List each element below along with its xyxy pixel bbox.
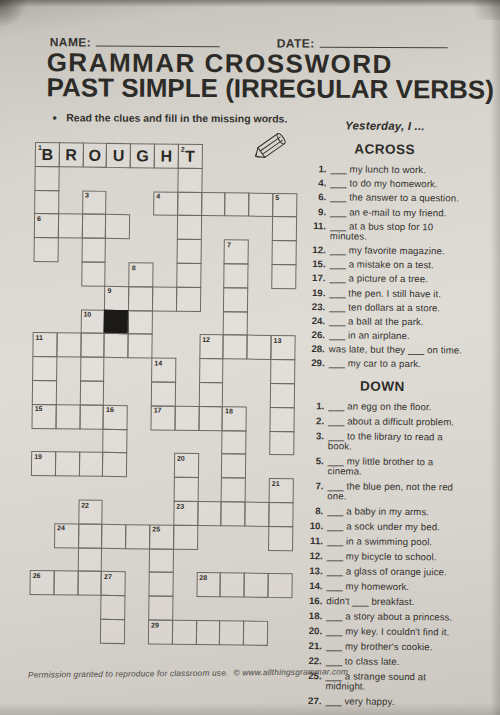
grid-cell-r3c9[interactable] [224,192,249,217]
grid-cell-r9c2[interactable] [56,333,81,358]
grid-cell-r6c9[interactable] [224,263,249,288]
grid-cell-r11c1[interactable] [32,380,57,405]
grid-cell-r19c10[interactable] [244,573,269,598]
grid-cell-r5c11[interactable] [272,240,297,265]
grid-cell-r9c8[interactable]: 12 [199,334,224,359]
across-clue: 17.___ a picture of a tree. [309,273,465,284]
grid-cell-r11c6[interactable] [151,381,176,406]
grid-cell-r3c6[interactable]: 4 [153,191,178,216]
grid-cell-r4c7[interactable] [177,215,202,240]
across-clue-number: 23. [309,302,325,312]
down-clue-text: ___ my key. I couldn't find it. [326,627,449,638]
grid-cell-r5c3[interactable] [81,238,106,263]
grid-cell-r3c7[interactable] [177,191,202,216]
across-header: ACROSS [303,141,467,158]
prefilled-letter: O [83,144,106,167]
grid-cell-r16c9[interactable] [221,501,246,526]
grid-cell-r10c8[interactable] [199,358,224,383]
grid-cell-r16c8[interactable] [197,501,222,526]
clue-number-26: 26 [33,572,41,580]
clue-number-6: 6 [37,215,41,223]
down-clue: 2.___ about a difficult problem. [308,417,464,428]
header: NAME: DATE: GRAMMAR CROSSWORD PAST SIMPL… [0,0,500,3]
grid-cell-r12c11[interactable] [269,407,294,432]
grid-cell-r4c3[interactable] [81,214,106,239]
grid-cell-r14c9[interactable] [221,454,246,479]
clues-intro: Yesterday, I ... [303,119,467,133]
bullet-icon: ● [52,113,57,122]
across-clue: 19.___ the pen. I still have it. [309,288,465,299]
down-clue-number: 16. [306,596,322,606]
grid-cell-r9c5[interactable] [128,334,153,359]
clue-number-12: 12 [202,336,210,344]
down-clue-text: ___ a story about a princess. [326,612,452,623]
grid-cell-r9c9[interactable] [223,335,248,360]
grid-cell-r5c7[interactable] [176,239,201,264]
grid-cell-r13c11[interactable] [269,430,294,455]
clues-panel: Yesterday, I ... ACROSS 1.___ my lunch t… [297,119,467,713]
clue-number-17: 17 [154,407,162,415]
clue-number-13: 13 [274,337,282,345]
prefilled-letter: T [178,145,201,168]
clue-number-21: 21 [272,480,280,488]
across-clue: 12.___ my favorite magazine. [310,245,466,256]
across-clue-text: ___ ten dollars at a store. [329,302,440,313]
clue-number-23: 23 [176,502,184,510]
clue-number-25: 25 [152,526,160,534]
across-clue: 1.___ my lunch to work. [310,164,466,175]
grid-cell-r21c4[interactable] [100,619,125,644]
down-clue: 11.___ in a swimming pool. [307,536,463,547]
across-clue: 28.was late, but they ___ on time. [309,344,465,355]
down-clue-number: 1. [308,402,324,412]
grid-cell-r1c6: H [154,143,179,168]
grid-cell-r19c9[interactable] [220,573,245,598]
down-clue-number: 18. [306,611,322,621]
grid-cell-r1c5: G [130,143,155,168]
across-clue-text: ___ an e-mail to my friend. [330,207,446,218]
grid-cell-r10c6[interactable]: 14 [151,358,176,383]
down-header: DOWN [300,378,464,395]
grid-cell-r1c3: O [82,143,107,168]
clue-number-7: 7 [227,241,231,249]
black-cell [104,309,129,334]
date-blank-line[interactable] [320,36,448,49]
down-clue-number: 8. [307,506,323,516]
across-clue: 26.___ in an airplane. [309,330,465,341]
clue-number-22: 22 [81,501,89,509]
grid-cell-r5c9[interactable]: 7 [224,240,249,265]
clue-number-24: 24 [57,525,65,533]
across-clue: 15.___ a mistake on a test. [310,259,466,270]
grid-cell-r13c4[interactable] [103,428,128,453]
prefilled-letter: H [155,144,178,167]
down-clue-text: ___ a sock under my bed. [327,522,440,533]
grid-cell-r7c5[interactable] [128,286,153,311]
grid-cell-r12c4[interactable]: 16 [103,405,128,430]
down-clue: 7.___ the blue pen, not the red one. [307,481,463,502]
grid-cell-r10c1[interactable] [32,356,57,381]
grid-cell-r19c2[interactable] [53,571,78,596]
clue-number-3: 3 [85,192,89,200]
grid-cell-r17c4[interactable] [101,524,126,549]
grid-cell-r4c2[interactable] [58,214,83,239]
clue-number-27: 27 [104,573,112,581]
grid-cell-r7c7[interactable] [176,287,201,312]
grid-cell-r14c1[interactable]: 19 [31,451,56,476]
title-line2: PAST SIMPLE (IRREGULAR VERBS) [46,75,493,102]
down-clue-number: 20. [306,626,322,636]
grid-cell-r11c3[interactable] [79,381,104,406]
grid-cell-r9c11[interactable]: 13 [270,335,295,360]
grid-cell-r9c4[interactable] [104,333,129,358]
down-clue-text: ___ about a difficult problem. [328,417,454,428]
grid-cell-r4c1[interactable]: 6 [34,213,59,238]
grid-cell-r12c1[interactable]: 15 [31,404,56,429]
page-title: GRAMMAR CROSSWORD PAST SIMPLE (IRREGULAR… [46,50,494,102]
grid-cell-r14c2[interactable] [55,452,80,477]
grid-cell-r21c8[interactable] [195,620,220,645]
prefilled-letter: R [60,143,83,166]
grid-cell-r18c3[interactable] [77,547,102,572]
grid-cell-r1c1: 1B [35,142,60,167]
grid-cell-r15c7[interactable] [173,477,198,502]
clue-number-11: 11 [36,334,44,342]
down-clue-text: ___ my brother's cookie. [326,642,433,653]
grid-cell-r17c2[interactable]: 24 [54,523,79,548]
across-clue-number: 6. [310,192,326,202]
grid-cell-r3c11[interactable]: 5 [272,192,297,217]
clue-number-9: 9 [108,287,112,295]
grid-cell-r9c10[interactable] [247,335,272,360]
grid-cell-r16c10[interactable] [245,502,270,527]
across-clue-number: 26. [309,330,325,340]
grid-cell-r8c3[interactable]: 10 [80,309,105,334]
grid-cell-r12c2[interactable] [55,404,80,429]
down-clue: 10.___ a sock under my bed. [307,521,463,532]
grid-cell-r14c3[interactable] [79,452,104,477]
grid-cell-r19c11[interactable] [267,573,292,598]
across-clue-text: ___ to do my homework. [330,178,437,189]
down-clue-number: 11. [307,536,323,546]
down-clue: 13.___ a glass of orange juice. [307,566,463,577]
grid-cell-r4c4[interactable] [105,214,130,239]
down-clue: 20.___ my key. I couldn't find it. [306,626,462,637]
across-clue-number: 15. [310,259,326,269]
grid-cell-r19c1[interactable]: 26 [29,570,54,595]
down-clue: 14.___ my homework. [306,581,462,592]
across-clue-text: ___ a picture of a tree. [329,274,427,285]
across-clue-number: 24. [309,316,325,326]
across-clue-text: ___ in an airplane. [329,330,410,341]
down-clue-number: 2. [308,417,324,427]
down-clue-number: 21. [306,641,322,651]
across-clue-text: ___ the answer to a question. [330,193,459,204]
down-clue-text: ___ my bicycle to school. [327,552,437,563]
down-clue: 12.___ my bicycle to school. [307,551,463,562]
photo-edge-shade [0,0,500,7]
down-clue: 21.___ my brother's cookie. [306,641,462,652]
across-clue-text: ___ my favorite magazine. [330,245,445,256]
instruction-text: Read the clues and fill in the missing w… [66,111,287,124]
grid-cell-r3c1[interactable] [34,190,59,215]
grid-cell-r7c9[interactable] [223,287,248,312]
down-clue-text: ___ my homework. [326,582,409,593]
grid-cell-r1c4: U [106,143,131,168]
grid-cell-r21c9[interactable] [219,620,244,645]
prefilled-letter: G [131,144,154,167]
clue-number-8: 8 [132,264,136,272]
down-clue: 3.___ to the library to read a book. [308,431,464,452]
worksheet-photo: NAME: DATE: GRAMMAR CROSSWORD PAST SIMPL… [0,0,500,715]
grid-cell-r3c10[interactable] [248,192,273,217]
grid-cell-r12c6[interactable]: 17 [150,405,175,430]
down-clue: 5.___ my little brother to a cinema. [308,456,464,477]
crossword-grid: 1BROUGH2T3456789101112131415161718192021… [29,142,297,645]
down-clue-number: 10. [307,521,323,531]
down-clue-number: 13. [307,566,323,576]
grid-cell-r6c7[interactable] [176,263,201,288]
photo-corner-shade [0,0,28,28]
down-clue: 8.___ a baby in my arms. [307,506,463,517]
grid-cell-r9c1[interactable]: 11 [32,332,57,357]
down-clues: 1.___ an egg on the floor.2.___ about a … [297,401,464,708]
grid-cell-r2c1[interactable] [34,166,59,191]
grid-cell-r3c3[interactable]: 3 [82,190,107,215]
across-clue-text: ___ a mistake on a test. [330,259,434,270]
grid-cell-r12c3[interactable] [79,404,104,429]
across-clue-number: 1. [310,164,326,174]
across-clue-text: ___ the pen. I still have it. [329,288,441,299]
name-blank-line[interactable] [96,35,220,48]
grid-cell-r14c7[interactable]: 20 [174,453,199,478]
grid-cell-r16c11[interactable] [268,502,293,527]
grid-cell-r21c6[interactable]: 29 [148,619,173,644]
grid-cell-r2c7[interactable] [177,168,202,193]
grid-cell-r17c5[interactable] [125,524,150,549]
across-clues: 1.___ my lunch to work.4.___ to do my ho… [301,164,467,370]
clue-number-5: 5 [275,194,279,202]
clue-number-18: 18 [225,408,233,416]
grid-cell-r10c11[interactable] [270,359,295,384]
down-clue-number: 3. [308,431,324,451]
grid-cell-r12c9[interactable]: 18 [222,406,247,431]
prefilled-letter: U [107,144,130,167]
grid-cell-r12c8[interactable] [198,406,223,431]
across-clue-text: ___ at a bus stop for 10 minutes. [330,221,466,242]
down-clue: 1.___ an egg on the floor. [308,402,464,413]
grid-cell-r18c6[interactable] [149,548,174,573]
grid-cell-r15c11[interactable]: 21 [269,478,294,503]
clue-number-20: 20 [177,455,185,463]
across-clue: 24.___ a ball at the park. [309,316,465,327]
across-clue-text: ___ a ball at the park. [329,316,424,327]
grid-cell-r21c7[interactable] [172,620,197,645]
grid-cell-r9c3[interactable] [80,333,105,358]
grid-cell-r7c6[interactable] [152,286,177,311]
across-clue-number: 17. [309,273,325,283]
down-clue-number: 7. [307,481,323,501]
across-clue: 11.___ at a bus stop for 10 minutes. [310,221,466,242]
grid-cell-r5c1[interactable] [34,237,59,262]
clue-number-16: 16 [106,406,114,414]
across-clue-number: 9. [310,207,326,217]
across-clue-number: 11. [310,221,326,241]
grid-cell-r17c11[interactable] [268,526,293,551]
clue-number-4: 4 [156,193,160,201]
grid-cell-r21c10[interactable] [243,621,268,646]
across-clue-number: 28. [309,344,325,354]
grid-cell-r11c11[interactable] [270,383,295,408]
across-clue: 4.___ to do my homework. [310,178,466,189]
grid-cell-r19c8[interactable]: 28 [196,572,221,597]
down-clue-text: ___ the blue pen, not the red one. [327,482,463,503]
down-clue-number: 27. [305,696,321,706]
across-clue-text: ___ my lunch to work. [330,164,426,175]
grid-cell-r20c6[interactable] [148,596,173,621]
grid-cell-r20c4[interactable] [101,595,126,620]
across-clue: 6.___ the answer to a question. [310,192,466,203]
clue-number-10: 10 [83,311,91,319]
photo-edge-shade [490,0,500,715]
down-clue-text: ___ a baby in my arms. [327,507,429,518]
down-clue-number: 12. [307,551,323,561]
down-clue: 18.___ a story about a princess. [306,611,462,622]
across-clue-number: 4. [310,178,326,188]
across-clue-number: 12. [310,245,326,255]
photo-corner-shade [466,0,500,20]
grid-cell-r19c4[interactable]: 27 [101,571,126,596]
clue-number-29: 29 [151,621,159,629]
clue-number-14: 14 [154,359,162,367]
grid-cell-r10c3[interactable] [80,357,105,382]
across-clue: 9.___ an e-mail to my friend. [310,207,466,218]
grid-cell-r14c4[interactable] [102,452,127,477]
grid-cell-r15c9[interactable] [221,477,246,502]
down-clue-text: ___ my little brother to a cinema. [328,457,464,478]
grid-cell-r13c9[interactable] [222,430,247,455]
grid-cell-r17c3[interactable] [78,523,103,548]
grid-cell-r8c9[interactable] [223,311,248,336]
down-clue-text: ___ to the library to read a book. [328,432,464,453]
grid-cell-r3c8[interactable] [201,192,226,217]
grid-cell-r17c6[interactable]: 25 [149,524,174,549]
down-clue-text: ___ in a swimming pool. [327,537,432,548]
down-clue: 27.___ very happy. [305,696,461,707]
across-clue: 29.___ my car to a park. [309,359,465,370]
down-clue-number: 14. [306,581,322,591]
across-clue-text: ___ my car to a park. [329,359,421,370]
down-clue-text: didn't ___ breakfast. [326,597,414,608]
across-clue-number: 29. [309,359,325,369]
grid-cell-r16c3[interactable]: 22 [78,500,103,525]
grid-cell-r16c7[interactable]: 23 [173,501,198,526]
clue-number-28: 28 [199,574,207,582]
down-clue-text: ___ an egg on the floor. [328,402,431,413]
grid-cell-r6c3[interactable] [81,262,106,287]
clue-number-19: 19 [34,453,42,461]
grid-cell-r7c4[interactable]: 9 [104,286,129,311]
grid-cell-r1c2: R [58,142,83,167]
down-clue-number: 22. [306,656,322,666]
instruction: ●Read the clues and fill in the missing … [52,111,287,124]
clue-number-15: 15 [35,405,43,413]
grid-cell-r6c11[interactable] [271,264,296,289]
grid-cell-r4c11[interactable] [272,216,297,241]
prefilled-letter: B [36,143,59,166]
grid-cell-r19c3[interactable] [77,571,102,596]
down-clue-number: 5. [308,456,324,476]
across-clue-text: was late, but they ___ on time. [329,345,462,356]
grid-cell-r12c7[interactable] [174,406,199,431]
grid-cell-r6c5[interactable]: 8 [128,262,153,287]
grid-cell-r8c5[interactable] [128,310,153,335]
down-clue-text: ___ very happy. [325,697,394,708]
grid-cell-r1c7: 2T [177,144,202,169]
grid-cell-r11c8[interactable] [198,382,223,407]
down-clue-text: ___ a glass of orange juice. [327,567,447,578]
across-clue: 23.___ ten dollars at a store. [309,302,465,313]
down-clue: 16.didn't ___ breakfast. [306,596,462,607]
grid-cell-r17c7[interactable] [173,525,198,550]
grid-cell-r19c6[interactable] [148,572,173,597]
across-clue-number: 19. [309,288,325,298]
